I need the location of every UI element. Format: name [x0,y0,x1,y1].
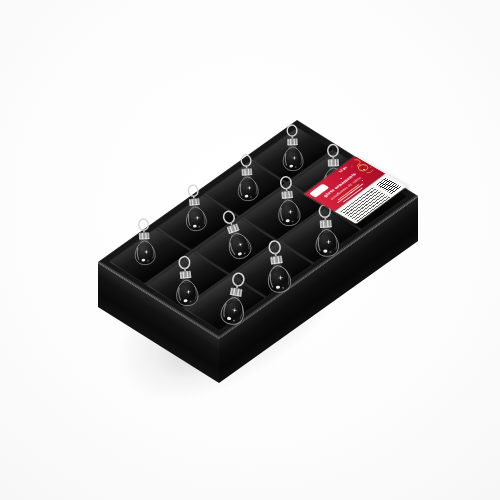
pack-count: 12 pc [337,166,347,173]
glass-ornament [126,211,162,267]
glass-ornament [175,176,214,233]
glass-ornament [229,147,266,203]
glass-ornament [165,248,206,309]
product-photo: Holiday 12 pc glass ornaments ornamentos… [0,0,500,500]
glass-ornament [267,167,309,228]
glass-ornament [275,117,310,172]
